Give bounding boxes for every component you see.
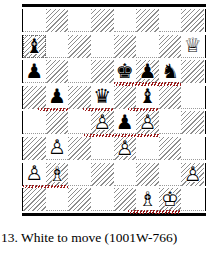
spellcheck-squiggle [114, 82, 182, 85]
square-e4[interactable]: ♟ [114, 111, 137, 134]
square-h7[interactable]: ♛♕ [181, 35, 204, 58]
square-h2[interactable]: ♟♙ [181, 163, 204, 186]
white-pawn-piece: ♟♙ [46, 136, 68, 159]
square-g6[interactable]: ♞ [159, 60, 182, 83]
square-d5[interactable]: ♛ [91, 86, 114, 109]
board-rank-7: ♝♛♕ [22, 35, 206, 58]
square-b7[interactable] [46, 35, 69, 58]
square-c1[interactable] [68, 188, 91, 211]
square-c6[interactable] [68, 60, 91, 83]
board-top-border [22, 4, 206, 7]
white-pawn-piece: ♟♙ [114, 137, 136, 160]
square-g5[interactable] [159, 86, 182, 109]
square-d6[interactable] [91, 60, 114, 83]
square-b5[interactable]: ♟ [46, 86, 69, 109]
black-king-piece: ♚ [114, 60, 136, 83]
board-rank-2: ♟♙♝♗♟♙ [22, 163, 206, 186]
square-c2[interactable] [68, 163, 91, 186]
square-b1[interactable] [46, 188, 69, 211]
square-d7[interactable] [91, 35, 114, 58]
board-bottom-border [22, 213, 206, 216]
square-h1[interactable] [181, 188, 204, 211]
white-pawn-piece: ♟♙ [23, 162, 45, 185]
black-bishop-piece: ♝ [136, 85, 158, 108]
square-c5[interactable] [68, 86, 91, 109]
chess-diagram: ♝♛♕♟♚♟♞♟♛♝♟♙♟♟♙♟♙♟♙♟♙♝♗♟♙♝♗♚♔ [22, 4, 206, 216]
square-g1[interactable]: ♚♔ [159, 188, 182, 211]
square-b2[interactable]: ♝♗ [46, 163, 69, 186]
square-c4[interactable] [68, 111, 91, 134]
board-rank-6: ♟♚♟♞ [22, 60, 206, 83]
black-pawn-piece: ♟ [114, 111, 136, 134]
square-g2[interactable] [159, 163, 182, 186]
square-e2[interactable] [114, 163, 137, 186]
board-rank-5: ♟♛♝ [22, 86, 206, 109]
square-h6[interactable] [181, 60, 204, 83]
square-a2[interactable]: ♟♙ [23, 163, 46, 186]
square-b3[interactable]: ♟♙ [46, 137, 69, 160]
square-d1[interactable] [91, 188, 114, 211]
square-c3[interactable] [68, 137, 91, 160]
square-f3[interactable] [136, 137, 159, 160]
white-pawn-piece: ♟♙ [136, 111, 158, 134]
diagram-caption: 13. White to move (1001W-766) [1, 230, 205, 246]
spellcheck-squiggle [128, 108, 159, 111]
black-knight-piece: ♞ [159, 60, 181, 83]
square-g4[interactable] [159, 111, 182, 134]
square-d3[interactable] [91, 137, 114, 160]
square-a1[interactable] [23, 188, 46, 211]
square-e3[interactable]: ♟♙ [114, 137, 137, 160]
board-rank-4: ♟♙♟♟♙ [22, 111, 206, 134]
square-h5[interactable] [181, 86, 204, 109]
square-g3[interactable] [159, 137, 182, 160]
square-f1[interactable]: ♝♗ [136, 188, 159, 211]
square-d2[interactable] [91, 163, 114, 186]
square-h4[interactable] [181, 111, 204, 134]
square-a6[interactable]: ♟ [23, 60, 46, 83]
square-a7[interactable]: ♝ [23, 35, 46, 58]
square-h3[interactable] [181, 137, 204, 160]
white-king-piece: ♚♔ [159, 188, 181, 211]
board-rank-1: ♝♗♚♔ [22, 188, 206, 211]
black-queen-piece: ♛ [91, 85, 113, 108]
square-f5[interactable]: ♝ [136, 86, 159, 109]
square-h8[interactable] [181, 9, 204, 32]
square-b6[interactable] [46, 60, 69, 83]
black-bishop-piece: ♝ [23, 35, 45, 58]
square-b4[interactable] [46, 111, 69, 134]
square-e1[interactable] [114, 188, 137, 211]
white-bishop-piece: ♝♗ [136, 188, 158, 211]
spellcheck-squiggle [38, 108, 69, 111]
square-c8[interactable] [68, 9, 91, 32]
square-d8[interactable] [91, 9, 114, 32]
spellcheck-squiggle [128, 210, 181, 213]
white-pawn-piece: ♟♙ [182, 163, 204, 186]
board-rank-3: ♟♙♟♙ [22, 137, 206, 160]
square-c7[interactable] [68, 35, 91, 58]
square-a8[interactable] [23, 9, 46, 32]
board-rank-8 [22, 9, 206, 32]
spellcheck-squiggle [83, 108, 114, 111]
square-f8[interactable] [136, 9, 159, 32]
white-bishop-piece: ♝♗ [46, 163, 68, 186]
square-g8[interactable] [159, 9, 182, 32]
spellcheck-squiggle [84, 134, 159, 137]
square-e5[interactable] [114, 86, 137, 109]
square-d4[interactable]: ♟♙ [91, 111, 114, 134]
black-pawn-piece: ♟ [46, 85, 68, 108]
black-pawn-piece: ♟ [23, 60, 45, 83]
square-f2[interactable] [136, 163, 159, 186]
white-pawn-piece: ♟♙ [91, 111, 113, 134]
square-a4[interactable] [23, 111, 46, 134]
square-b8[interactable] [46, 9, 69, 32]
square-a5[interactable] [23, 86, 46, 109]
square-g7[interactable] [159, 35, 182, 58]
square-f4[interactable]: ♟♙ [136, 111, 159, 134]
square-e6[interactable]: ♚ [114, 60, 137, 83]
square-e8[interactable] [114, 9, 137, 32]
square-e7[interactable] [114, 35, 137, 58]
square-a3[interactable] [23, 137, 46, 160]
spellcheck-squiggle [23, 185, 68, 188]
chess-board: ♝♛♕♟♚♟♞♟♛♝♟♙♟♟♙♟♙♟♙♟♙♝♗♟♙♝♗♚♔ [22, 9, 206, 211]
black-pawn-piece: ♟ [136, 60, 158, 83]
square-f6[interactable]: ♟ [136, 60, 159, 83]
white-queen-piece: ♛♕ [182, 34, 204, 57]
square-f7[interactable] [136, 35, 159, 58]
